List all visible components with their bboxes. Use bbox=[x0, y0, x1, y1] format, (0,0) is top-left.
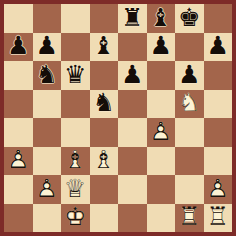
square-h4[interactable] bbox=[204, 118, 233, 147]
square-c5[interactable] bbox=[61, 90, 90, 119]
square-g1[interactable]: ♜♖ bbox=[175, 204, 204, 233]
white-queen-icon: ♛ bbox=[61, 175, 90, 203]
square-c1[interactable]: ♚♔ bbox=[61, 204, 90, 233]
square-e3[interactable] bbox=[118, 147, 147, 176]
black-pawn-icon: ♟ bbox=[147, 33, 176, 61]
square-h6[interactable] bbox=[204, 61, 233, 90]
piece-black-pawn[interactable]: ♟ bbox=[175, 61, 204, 90]
square-a6[interactable] bbox=[4, 61, 33, 90]
piece-white-pawn[interactable]: ♟♙ bbox=[4, 147, 33, 176]
square-h1[interactable]: ♜♖ bbox=[204, 204, 233, 233]
square-b3[interactable] bbox=[33, 147, 62, 176]
black-bishop-icon: ♝ bbox=[90, 33, 119, 61]
piece-white-pawn[interactable]: ♟♙ bbox=[33, 175, 62, 204]
white-king-outline-icon: ♔ bbox=[61, 204, 90, 232]
black-pawn-icon: ♟ bbox=[204, 33, 233, 61]
piece-black-queen[interactable]: ♛ bbox=[61, 61, 90, 90]
piece-white-knight[interactable]: ♞♘ bbox=[175, 90, 204, 119]
square-b7[interactable]: ♟ bbox=[33, 33, 62, 62]
square-b6[interactable]: ♞ bbox=[33, 61, 62, 90]
square-g3[interactable] bbox=[175, 147, 204, 176]
chess-board-frame: ♜♝♚♟♟♝♟♟♞♛♟♟♞♞♘♟♙♟♙♝♗♝♗♟♙♛♕♟♙♚♔♜♖♜♖ bbox=[0, 0, 236, 236]
square-d4[interactable] bbox=[90, 118, 119, 147]
square-f2[interactable] bbox=[147, 175, 176, 204]
black-queen-icon: ♛ bbox=[61, 61, 90, 89]
piece-black-pawn[interactable]: ♟ bbox=[4, 33, 33, 62]
square-f4[interactable]: ♟♙ bbox=[147, 118, 176, 147]
square-a1[interactable] bbox=[4, 204, 33, 233]
black-knight-icon: ♞ bbox=[90, 90, 119, 118]
square-g6[interactable]: ♟ bbox=[175, 61, 204, 90]
white-bishop-icon: ♝ bbox=[90, 147, 119, 175]
black-knight-icon: ♞ bbox=[33, 61, 62, 89]
square-a5[interactable] bbox=[4, 90, 33, 119]
square-f1[interactable] bbox=[147, 204, 176, 233]
square-c2[interactable]: ♛♕ bbox=[61, 175, 90, 204]
square-d2[interactable] bbox=[90, 175, 119, 204]
square-h5[interactable] bbox=[204, 90, 233, 119]
square-d8[interactable] bbox=[90, 4, 119, 33]
piece-black-pawn[interactable]: ♟ bbox=[147, 33, 176, 62]
piece-white-bishop[interactable]: ♝♗ bbox=[61, 147, 90, 176]
square-a3[interactable]: ♟♙ bbox=[4, 147, 33, 176]
black-king-icon: ♚ bbox=[175, 4, 204, 32]
square-a7[interactable]: ♟ bbox=[4, 33, 33, 62]
white-rook-icon: ♜ bbox=[204, 204, 233, 232]
square-h8[interactable] bbox=[204, 4, 233, 33]
black-bishop-icon: ♝ bbox=[147, 4, 176, 32]
white-pawn-outline-icon: ♙ bbox=[147, 118, 176, 146]
square-d1[interactable] bbox=[90, 204, 119, 233]
square-b5[interactable] bbox=[33, 90, 62, 119]
square-f6[interactable] bbox=[147, 61, 176, 90]
square-f5[interactable] bbox=[147, 90, 176, 119]
piece-black-rook[interactable]: ♜ bbox=[118, 4, 147, 33]
square-c4[interactable] bbox=[61, 118, 90, 147]
piece-white-pawn[interactable]: ♟♙ bbox=[147, 118, 176, 147]
piece-black-knight[interactable]: ♞ bbox=[33, 61, 62, 90]
square-f7[interactable]: ♟ bbox=[147, 33, 176, 62]
square-e6[interactable]: ♟ bbox=[118, 61, 147, 90]
white-pawn-icon: ♟ bbox=[33, 175, 62, 203]
white-bishop-outline-icon: ♗ bbox=[90, 147, 119, 175]
square-c3[interactable]: ♝♗ bbox=[61, 147, 90, 176]
piece-black-bishop[interactable]: ♝ bbox=[147, 4, 176, 33]
chess-board: ♜♝♚♟♟♝♟♟♞♛♟♟♞♞♘♟♙♟♙♝♗♝♗♟♙♛♕♟♙♚♔♜♖♜♖ bbox=[4, 4, 232, 232]
square-d3[interactable]: ♝♗ bbox=[90, 147, 119, 176]
white-rook-icon: ♜ bbox=[175, 204, 204, 232]
square-g2[interactable] bbox=[175, 175, 204, 204]
white-pawn-icon: ♟ bbox=[147, 118, 176, 146]
square-b4[interactable] bbox=[33, 118, 62, 147]
piece-black-knight[interactable]: ♞ bbox=[90, 90, 119, 119]
square-e7[interactable] bbox=[118, 33, 147, 62]
square-e5[interactable] bbox=[118, 90, 147, 119]
piece-white-king[interactable]: ♚♔ bbox=[61, 204, 90, 233]
square-f3[interactable] bbox=[147, 147, 176, 176]
square-d5[interactable]: ♞ bbox=[90, 90, 119, 119]
square-h2[interactable]: ♟♙ bbox=[204, 175, 233, 204]
black-pawn-icon: ♟ bbox=[33, 33, 62, 61]
square-b8[interactable] bbox=[33, 4, 62, 33]
square-e1[interactable] bbox=[118, 204, 147, 233]
square-c7[interactable] bbox=[61, 33, 90, 62]
square-c6[interactable]: ♛ bbox=[61, 61, 90, 90]
square-g4[interactable] bbox=[175, 118, 204, 147]
white-pawn-outline-icon: ♙ bbox=[4, 147, 33, 175]
piece-black-bishop[interactable]: ♝ bbox=[90, 33, 119, 62]
square-e8[interactable]: ♜ bbox=[118, 4, 147, 33]
white-pawn-outline-icon: ♙ bbox=[33, 175, 62, 203]
piece-white-rook[interactable]: ♜♖ bbox=[204, 204, 233, 233]
piece-white-queen[interactable]: ♛♕ bbox=[61, 175, 90, 204]
square-g5[interactable]: ♞♘ bbox=[175, 90, 204, 119]
black-rook-icon: ♜ bbox=[118, 4, 147, 32]
white-pawn-icon: ♟ bbox=[4, 147, 33, 175]
piece-black-king[interactable]: ♚ bbox=[175, 4, 204, 33]
white-bishop-icon: ♝ bbox=[61, 147, 90, 175]
piece-black-pawn[interactable]: ♟ bbox=[33, 33, 62, 62]
white-pawn-icon: ♟ bbox=[204, 175, 233, 203]
square-a8[interactable] bbox=[4, 4, 33, 33]
white-king-icon: ♚ bbox=[61, 204, 90, 232]
square-h3[interactable] bbox=[204, 147, 233, 176]
square-a2[interactable] bbox=[4, 175, 33, 204]
square-e4[interactable] bbox=[118, 118, 147, 147]
square-b2[interactable]: ♟♙ bbox=[33, 175, 62, 204]
white-bishop-outline-icon: ♗ bbox=[61, 147, 90, 175]
black-pawn-icon: ♟ bbox=[118, 61, 147, 89]
piece-black-pawn[interactable]: ♟ bbox=[118, 61, 147, 90]
square-d6[interactable] bbox=[90, 61, 119, 90]
black-pawn-icon: ♟ bbox=[4, 33, 33, 61]
square-h7[interactable]: ♟ bbox=[204, 33, 233, 62]
square-c8[interactable] bbox=[61, 4, 90, 33]
square-f8[interactable]: ♝ bbox=[147, 4, 176, 33]
white-pawn-outline-icon: ♙ bbox=[204, 175, 233, 203]
white-knight-outline-icon: ♘ bbox=[175, 90, 204, 118]
piece-black-pawn[interactable]: ♟ bbox=[204, 33, 233, 62]
piece-white-bishop[interactable]: ♝♗ bbox=[90, 147, 119, 176]
white-rook-outline-icon: ♖ bbox=[175, 204, 204, 232]
white-knight-icon: ♞ bbox=[175, 90, 204, 118]
piece-white-rook[interactable]: ♜♖ bbox=[175, 204, 204, 233]
white-queen-outline-icon: ♕ bbox=[61, 175, 90, 203]
square-a4[interactable] bbox=[4, 118, 33, 147]
square-g7[interactable] bbox=[175, 33, 204, 62]
square-e2[interactable] bbox=[118, 175, 147, 204]
black-pawn-icon: ♟ bbox=[175, 61, 204, 89]
square-d7[interactable]: ♝ bbox=[90, 33, 119, 62]
white-rook-outline-icon: ♖ bbox=[204, 204, 233, 232]
piece-white-pawn[interactable]: ♟♙ bbox=[204, 175, 233, 204]
square-g8[interactable]: ♚ bbox=[175, 4, 204, 33]
square-b1[interactable] bbox=[33, 204, 62, 233]
